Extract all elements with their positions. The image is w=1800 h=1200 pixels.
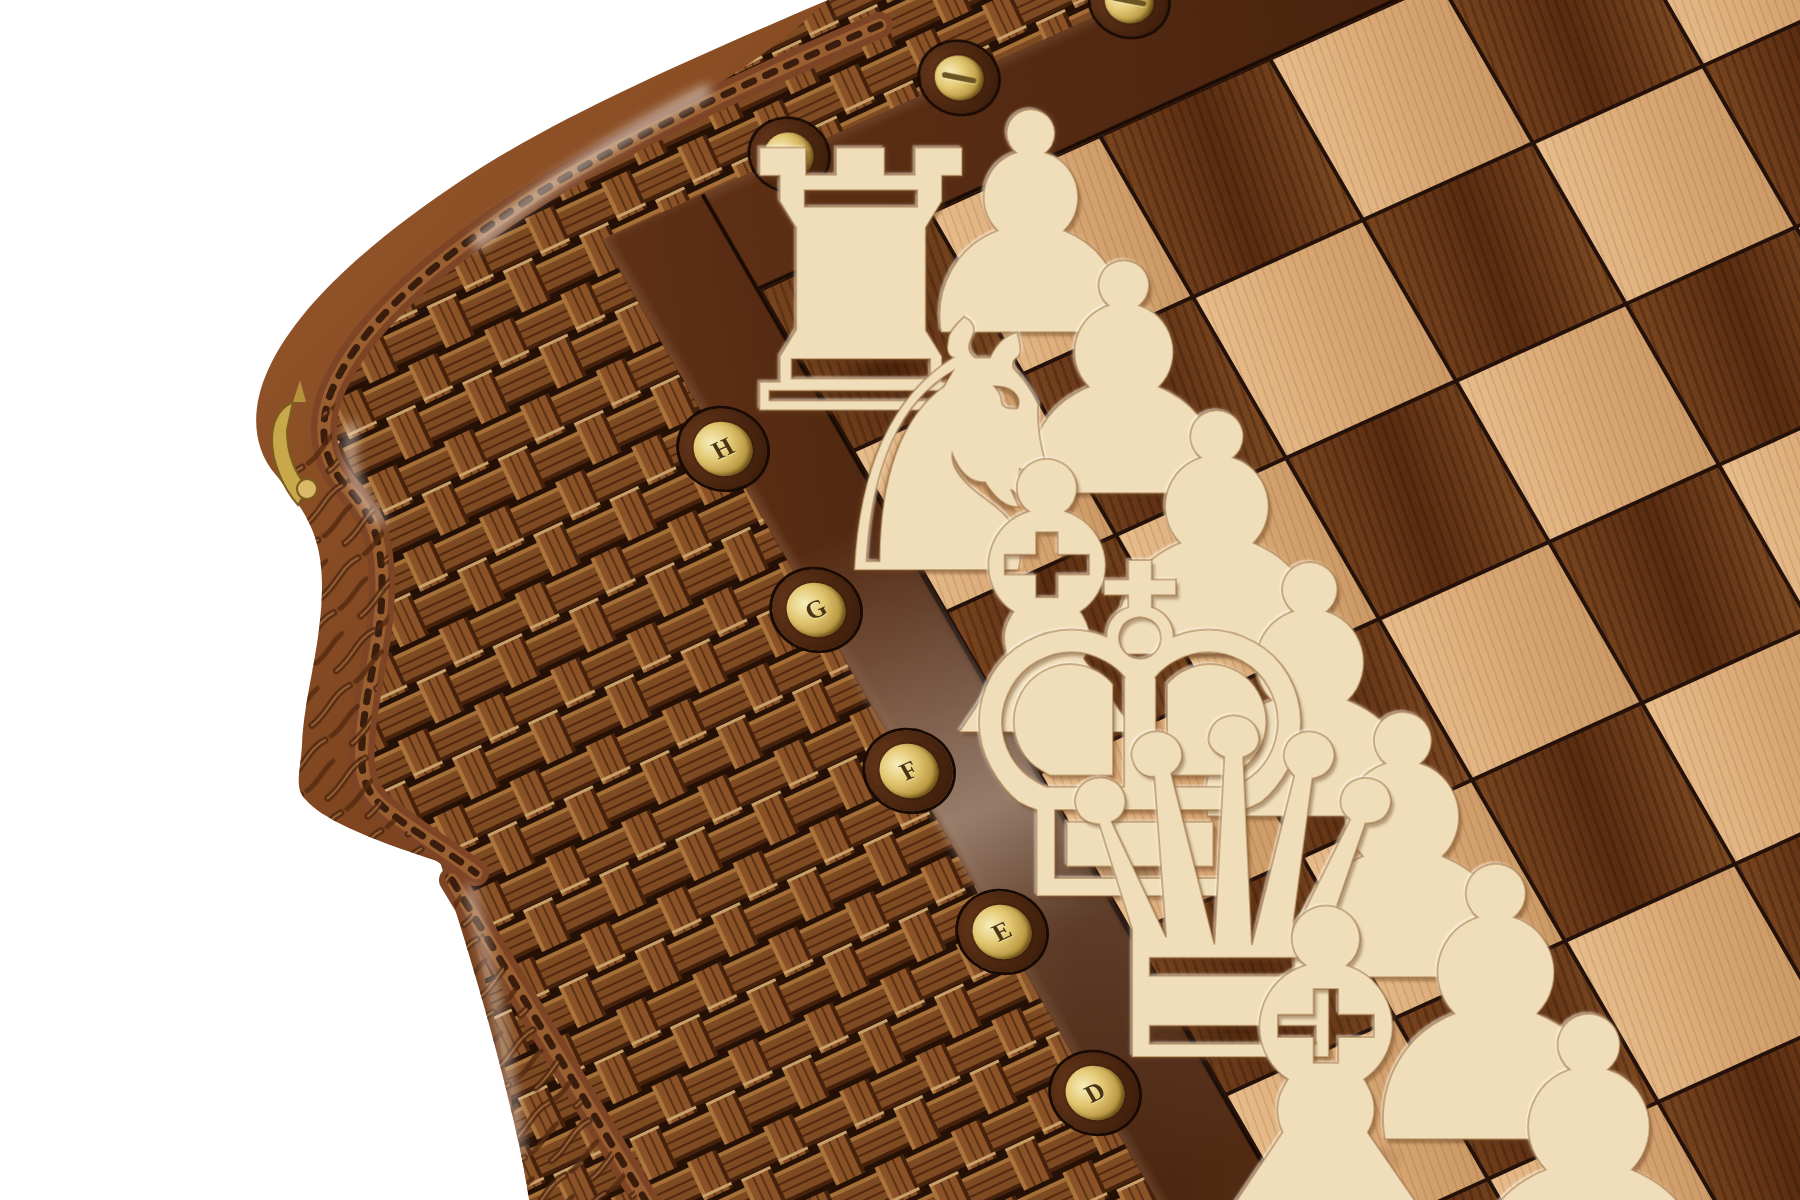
photo-stage: HGFEDCBA ♟♜♟♞♟♝♟♚♟♛♟♝♟ [0,0,1800,1200]
screw-slot [1112,0,1147,7]
piece-white-pawn-b2[interactable]: ♟ [1393,968,1785,1200]
white-pawn-glyph: ♟ [1413,968,1764,1200]
